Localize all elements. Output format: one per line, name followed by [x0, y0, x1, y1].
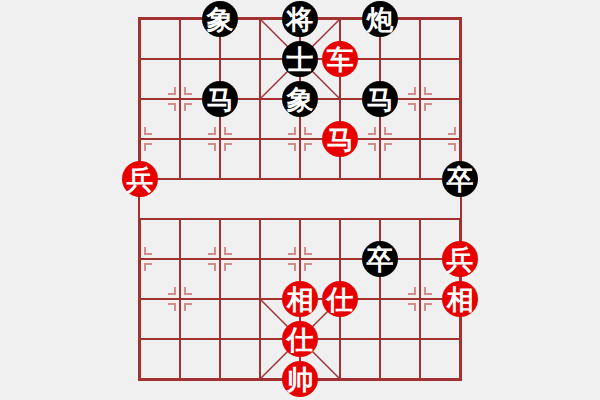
xiangqi-app: 象将炮士车马象马马兵卒卒兵相仕相仕帅 — [0, 0, 600, 400]
river-cell[interactable] — [300, 179, 340, 219]
point-marker-corner — [208, 263, 216, 271]
board-cell[interactable] — [180, 339, 220, 379]
red-general-glyph: 帅 — [287, 366, 314, 393]
black-elephant-glyph: 象 — [287, 86, 314, 113]
point-marker-corner — [288, 263, 296, 271]
board-cell[interactable] — [220, 299, 260, 339]
point-marker-corner — [304, 143, 312, 151]
red-elephant[interactable]: 相 — [442, 281, 478, 317]
red-horse-glyph: 马 — [327, 126, 354, 153]
point-marker-corner — [304, 127, 312, 135]
point-marker-corner — [424, 287, 432, 295]
black-advisor-glyph: 士 — [287, 46, 314, 73]
point-marker-corner — [384, 143, 392, 151]
point-marker-corner — [184, 303, 192, 311]
red-elephant-glyph: 相 — [287, 286, 314, 313]
point-marker-corner — [408, 103, 416, 111]
river-cell[interactable] — [180, 179, 220, 219]
point-marker-corner — [184, 287, 192, 295]
black-horse[interactable]: 马 — [362, 81, 398, 117]
board-cell[interactable] — [380, 339, 420, 379]
point-marker-corner — [224, 263, 232, 271]
black-elephant[interactable]: 象 — [202, 1, 238, 37]
red-soldier[interactable]: 兵 — [442, 241, 478, 277]
point-marker-corner — [288, 127, 296, 135]
point-marker-corner — [144, 127, 152, 135]
point-marker-corner — [288, 143, 296, 151]
point-marker-corner — [184, 87, 192, 95]
black-horse-glyph: 马 — [207, 86, 234, 113]
point-marker-corner — [144, 247, 152, 255]
point-marker-corner — [424, 103, 432, 111]
black-cannon[interactable]: 炮 — [362, 1, 398, 37]
black-soldier-glyph: 卒 — [447, 166, 474, 193]
point-marker-corner — [368, 143, 376, 151]
board-cell[interactable] — [340, 339, 380, 379]
point-marker-corner — [408, 87, 416, 95]
black-cannon-glyph: 炮 — [367, 6, 394, 33]
red-elephant-glyph: 相 — [447, 286, 474, 313]
black-general-glyph: 将 — [287, 6, 314, 33]
black-horse-glyph: 马 — [367, 86, 394, 113]
point-marker-corner — [424, 87, 432, 95]
river-cell[interactable] — [340, 179, 380, 219]
black-soldier[interactable]: 卒 — [442, 161, 478, 197]
point-marker-corner — [408, 287, 416, 295]
red-elephant[interactable]: 相 — [282, 281, 318, 317]
point-marker-corner — [384, 127, 392, 135]
black-soldier-glyph: 卒 — [367, 246, 394, 273]
point-marker-corner — [424, 303, 432, 311]
board-cell[interactable] — [420, 339, 460, 379]
board-cell[interactable] — [420, 19, 460, 59]
red-horse[interactable]: 马 — [322, 121, 358, 157]
point-marker-corner — [304, 247, 312, 255]
black-elephant[interactable]: 象 — [282, 81, 318, 117]
black-advisor[interactable]: 士 — [282, 41, 318, 77]
black-elephant-glyph: 象 — [207, 6, 234, 33]
point-marker-corner — [144, 263, 152, 271]
point-marker-corner — [168, 103, 176, 111]
point-marker-corner — [448, 127, 456, 135]
point-marker-corner — [288, 247, 296, 255]
board-cell[interactable] — [140, 339, 180, 379]
point-marker-corner — [448, 143, 456, 151]
red-chariot-glyph: 车 — [327, 46, 354, 73]
red-soldier[interactable]: 兵 — [122, 161, 158, 197]
point-marker-corner — [168, 303, 176, 311]
river-cell[interactable] — [260, 179, 300, 219]
river-cell[interactable] — [380, 179, 420, 219]
black-horse[interactable]: 马 — [202, 81, 238, 117]
point-marker-corner — [224, 143, 232, 151]
black-general[interactable]: 将 — [282, 1, 318, 37]
river-cell[interactable] — [220, 179, 260, 219]
point-marker-corner — [208, 143, 216, 151]
point-marker-corner — [144, 143, 152, 151]
red-general[interactable]: 帅 — [282, 361, 318, 397]
red-chariot[interactable]: 车 — [322, 41, 358, 77]
red-soldier-glyph: 兵 — [127, 166, 154, 193]
point-marker-corner — [208, 127, 216, 135]
point-marker-corner — [184, 103, 192, 111]
point-marker-corner — [168, 287, 176, 295]
point-marker-corner — [408, 303, 416, 311]
red-advisor-glyph: 仕 — [327, 286, 354, 313]
black-soldier[interactable]: 卒 — [362, 241, 398, 277]
point-marker-corner — [224, 127, 232, 135]
red-advisor[interactable]: 仕 — [322, 281, 358, 317]
red-advisor[interactable]: 仕 — [282, 321, 318, 357]
point-marker-corner — [224, 247, 232, 255]
board-cell[interactable] — [220, 339, 260, 379]
point-marker-corner — [368, 127, 376, 135]
point-marker-corner — [304, 263, 312, 271]
red-advisor-glyph: 仕 — [287, 326, 314, 353]
point-marker-corner — [168, 87, 176, 95]
red-soldier-glyph: 兵 — [447, 246, 474, 273]
point-marker-corner — [208, 247, 216, 255]
board-cell[interactable] — [140, 19, 180, 59]
